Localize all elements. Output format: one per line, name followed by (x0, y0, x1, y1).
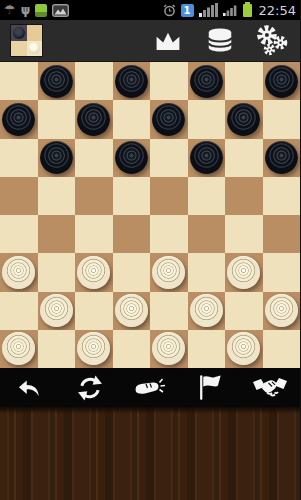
checker-piece-dark[interactable] (40, 65, 73, 98)
wood-background (0, 407, 300, 500)
app-icon-light-square3 (27, 41, 43, 57)
board-square[interactable] (113, 215, 151, 253)
board-square[interactable] (113, 177, 151, 215)
board-square[interactable] (75, 100, 113, 138)
checker-piece-light[interactable] (2, 256, 35, 289)
usb-icon: ψ (21, 0, 31, 20)
app-icon-light-square (27, 25, 43, 41)
board-square[interactable] (225, 253, 263, 291)
board-square[interactable] (263, 215, 301, 253)
toolbar-actions (142, 20, 298, 62)
board-square[interactable] (150, 253, 188, 291)
board-square[interactable] (113, 100, 151, 138)
board-square[interactable] (0, 253, 38, 291)
checker-piece-dark[interactable] (227, 103, 260, 136)
board-square[interactable] (150, 177, 188, 215)
board-square[interactable] (263, 253, 301, 291)
board-square[interactable] (188, 100, 226, 138)
checker-piece-dark[interactable] (115, 141, 148, 174)
restart-button[interactable] (60, 368, 120, 407)
board-square[interactable] (113, 292, 151, 330)
screen: ☂ ψ 1 (0, 0, 300, 500)
checker-piece-light[interactable] (40, 294, 73, 327)
punch-icon (133, 376, 167, 400)
checkers-app-icon[interactable] (10, 24, 43, 57)
board-square[interactable] (150, 139, 188, 177)
board-square[interactable] (150, 330, 188, 368)
board-square[interactable] (263, 292, 301, 330)
umbrella-icon: ☂ (4, 0, 16, 20)
board-square[interactable] (188, 62, 226, 100)
board-square[interactable] (113, 330, 151, 368)
board-square[interactable] (38, 100, 76, 138)
board-square[interactable] (188, 292, 226, 330)
checker-piece-light[interactable] (190, 294, 223, 327)
board-square[interactable] (75, 330, 113, 368)
handshake-icon (253, 377, 287, 399)
board-square[interactable] (113, 139, 151, 177)
board-square[interactable] (75, 139, 113, 177)
checker-piece-dark[interactable] (190, 65, 223, 98)
board-square[interactable] (38, 215, 76, 253)
checker-piece-dark[interactable] (152, 103, 185, 136)
board-square[interactable] (0, 177, 38, 215)
checker-piece-light[interactable] (115, 294, 148, 327)
checker-piece-light[interactable] (152, 332, 185, 365)
battery-widget-icon (35, 4, 47, 17)
board-square[interactable] (263, 62, 301, 100)
gears-icon (254, 24, 290, 58)
resign-button[interactable] (180, 368, 240, 407)
board-square[interactable] (38, 330, 76, 368)
board-square[interactable] (38, 292, 76, 330)
checker-piece-light[interactable] (152, 256, 185, 289)
board-square[interactable] (75, 215, 113, 253)
board-square[interactable] (38, 177, 76, 215)
board-square[interactable] (150, 215, 188, 253)
board-square[interactable] (38, 253, 76, 291)
board-square[interactable] (38, 62, 76, 100)
checker-piece-dark[interactable] (40, 141, 73, 174)
database-button[interactable] (194, 20, 246, 62)
checker-piece-light[interactable] (77, 332, 110, 365)
settings-button[interactable] (246, 20, 298, 62)
board-square[interactable] (225, 100, 263, 138)
checker-piece-dark[interactable] (2, 103, 35, 136)
restart-icon (76, 375, 104, 401)
checker-piece-light[interactable] (227, 256, 260, 289)
checker-piece-light[interactable] (77, 256, 110, 289)
board-square[interactable] (263, 177, 301, 215)
status-bar-right: 1 22:54 (163, 3, 296, 18)
board-square[interactable] (0, 292, 38, 330)
checker-piece-dark[interactable] (190, 141, 223, 174)
app-toolbar (0, 20, 300, 62)
board-square[interactable] (75, 253, 113, 291)
checker-piece-dark[interactable] (265, 65, 298, 98)
database-icon (205, 26, 235, 56)
app-icon-light-square2 (11, 41, 27, 57)
board-square[interactable] (150, 292, 188, 330)
crown-icon (151, 29, 185, 53)
board-square[interactable] (263, 139, 301, 177)
board-square[interactable] (188, 253, 226, 291)
board-square[interactable] (75, 177, 113, 215)
signal-icon (199, 3, 218, 17)
crown-button[interactable] (142, 20, 194, 62)
board-square[interactable] (225, 139, 263, 177)
board-square[interactable] (75, 62, 113, 100)
board-square[interactable] (113, 62, 151, 100)
board-square[interactable] (225, 62, 263, 100)
undo-button[interactable] (0, 368, 60, 407)
board-square[interactable] (225, 215, 263, 253)
board-square[interactable] (113, 253, 151, 291)
undo-icon (15, 375, 45, 401)
board-square[interactable] (75, 292, 113, 330)
board-square[interactable] (263, 330, 301, 368)
app-icon-dark-piece (13, 27, 25, 39)
board-square[interactable] (0, 139, 38, 177)
clock-text: 22:54 (259, 3, 296, 18)
board-square[interactable] (0, 330, 38, 368)
notification-badge: 1 (181, 4, 194, 17)
board-square[interactable] (150, 100, 188, 138)
checker-piece-dark[interactable] (115, 65, 148, 98)
gallery-icon (52, 4, 69, 17)
board-square[interactable] (188, 215, 226, 253)
draw-offer-button[interactable] (240, 368, 300, 407)
board-square[interactable] (263, 100, 301, 138)
battery-icon (243, 4, 252, 17)
checker-piece-dark[interactable] (265, 141, 298, 174)
checker-piece-dark[interactable] (77, 103, 110, 136)
board-square[interactable] (150, 62, 188, 100)
flag-icon (196, 374, 224, 401)
board-square[interactable] (225, 330, 263, 368)
board-square[interactable] (0, 62, 38, 100)
board-square[interactable] (0, 215, 38, 253)
app-icon-dark-square (11, 25, 27, 41)
board-square[interactable] (225, 177, 263, 215)
checker-piece-light[interactable] (2, 332, 35, 365)
board-square[interactable] (188, 139, 226, 177)
board-square[interactable] (225, 292, 263, 330)
alarm-icon (163, 4, 176, 17)
status-bar: ☂ ψ 1 (0, 0, 300, 20)
app-icon-light-piece (28, 42, 40, 54)
board-square[interactable] (38, 139, 76, 177)
status-bar-left: ☂ ψ (4, 0, 69, 20)
bottom-toolbar (0, 368, 300, 407)
board-square[interactable] (188, 177, 226, 215)
board (0, 62, 300, 368)
punch-button[interactable] (120, 368, 180, 407)
signal-secondary-icon (223, 5, 237, 16)
checker-piece-light[interactable] (227, 332, 260, 365)
board-square[interactable] (188, 330, 226, 368)
checker-piece-light[interactable] (265, 294, 298, 327)
board-square[interactable] (0, 100, 38, 138)
